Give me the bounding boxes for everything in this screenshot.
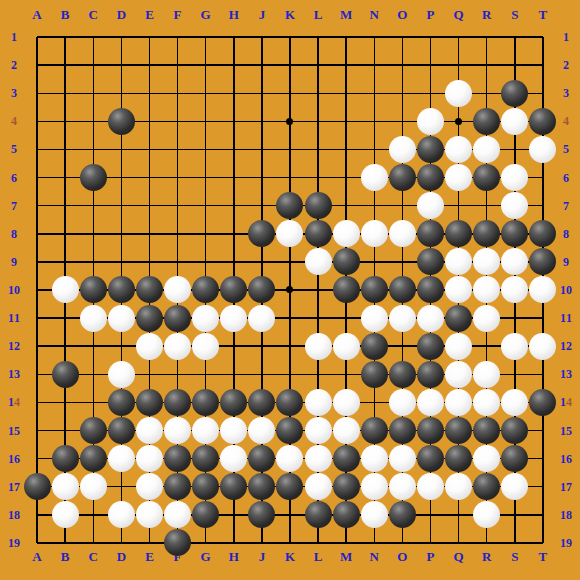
- intersection-B9[interactable]: [51, 248, 79, 276]
- intersection-L3[interactable]: [304, 79, 332, 107]
- intersection-K4[interactable]: [276, 107, 304, 135]
- intersection-F5[interactable]: [164, 135, 192, 163]
- intersection-A11[interactable]: [23, 304, 51, 332]
- intersection-R4[interactable]: [473, 107, 501, 135]
- intersection-M16[interactable]: [332, 445, 360, 473]
- intersection-M10[interactable]: [332, 276, 360, 304]
- intersection-R16[interactable]: [473, 445, 501, 473]
- intersection-P5[interactable]: [416, 135, 444, 163]
- intersection-D7[interactable]: [107, 192, 135, 220]
- intersection-C7[interactable]: [79, 192, 107, 220]
- intersection-P8[interactable]: [416, 220, 444, 248]
- intersection-R8[interactable]: [473, 220, 501, 248]
- intersection-M14[interactable]: [332, 388, 360, 416]
- intersection-T15[interactable]: [529, 416, 557, 444]
- intersection-T10[interactable]: [529, 276, 557, 304]
- intersection-Q5[interactable]: [445, 135, 473, 163]
- intersection-A3[interactable]: [23, 79, 51, 107]
- intersection-F10[interactable]: [164, 276, 192, 304]
- intersection-K19[interactable]: [276, 529, 304, 557]
- intersection-G10[interactable]: [192, 276, 220, 304]
- intersection-K10[interactable]: [276, 276, 304, 304]
- intersection-O3[interactable]: [388, 79, 416, 107]
- intersection-C11[interactable]: [79, 304, 107, 332]
- intersection-E12[interactable]: [135, 332, 163, 360]
- intersection-E2[interactable]: [135, 51, 163, 79]
- intersection-H15[interactable]: [220, 416, 248, 444]
- intersection-N3[interactable]: [360, 79, 388, 107]
- intersection-A9[interactable]: [23, 248, 51, 276]
- intersection-N16[interactable]: [360, 445, 388, 473]
- intersection-H12[interactable]: [220, 332, 248, 360]
- intersection-L19[interactable]: [304, 529, 332, 557]
- intersection-T4[interactable]: [529, 107, 557, 135]
- intersection-J4[interactable]: [248, 107, 276, 135]
- intersection-K13[interactable]: [276, 360, 304, 388]
- intersection-T2[interactable]: [529, 51, 557, 79]
- intersection-E9[interactable]: [135, 248, 163, 276]
- intersection-M6[interactable]: [332, 164, 360, 192]
- intersection-R12[interactable]: [473, 332, 501, 360]
- intersection-G17[interactable]: [192, 473, 220, 501]
- intersection-M8[interactable]: [332, 220, 360, 248]
- intersection-N19[interactable]: [360, 529, 388, 557]
- intersection-K17[interactable]: [276, 473, 304, 501]
- intersection-H11[interactable]: [220, 304, 248, 332]
- intersection-S6[interactable]: [501, 164, 529, 192]
- intersection-A6[interactable]: [23, 164, 51, 192]
- intersection-A15[interactable]: [23, 416, 51, 444]
- intersection-J2[interactable]: [248, 51, 276, 79]
- intersection-A19[interactable]: [23, 529, 51, 557]
- intersection-S7[interactable]: [501, 192, 529, 220]
- intersection-E3[interactable]: [135, 79, 163, 107]
- intersection-A8[interactable]: [23, 220, 51, 248]
- intersection-N11[interactable]: [360, 304, 388, 332]
- intersection-Q16[interactable]: [445, 445, 473, 473]
- intersection-D16[interactable]: [107, 445, 135, 473]
- intersection-F16[interactable]: [164, 445, 192, 473]
- intersection-Q10[interactable]: [445, 276, 473, 304]
- intersection-M17[interactable]: [332, 473, 360, 501]
- intersection-F3[interactable]: [164, 79, 192, 107]
- intersection-B6[interactable]: [51, 164, 79, 192]
- intersection-G18[interactable]: [192, 501, 220, 529]
- intersection-Q7[interactable]: [445, 192, 473, 220]
- intersection-A12[interactable]: [23, 332, 51, 360]
- intersection-D17[interactable]: [107, 473, 135, 501]
- intersection-C13[interactable]: [79, 360, 107, 388]
- intersection-T13[interactable]: [529, 360, 557, 388]
- intersection-N12[interactable]: [360, 332, 388, 360]
- intersection-B16[interactable]: [51, 445, 79, 473]
- intersection-J14[interactable]: [248, 388, 276, 416]
- intersection-E18[interactable]: [135, 501, 163, 529]
- intersection-F15[interactable]: [164, 416, 192, 444]
- intersection-F6[interactable]: [164, 164, 192, 192]
- intersection-A18[interactable]: [23, 501, 51, 529]
- intersection-B7[interactable]: [51, 192, 79, 220]
- intersection-S14[interactable]: [501, 388, 529, 416]
- intersection-E8[interactable]: [135, 220, 163, 248]
- intersection-Q3[interactable]: [445, 79, 473, 107]
- intersection-B14[interactable]: [51, 388, 79, 416]
- intersection-R3[interactable]: [473, 79, 501, 107]
- intersection-C15[interactable]: [79, 416, 107, 444]
- intersection-D19[interactable]: [107, 529, 135, 557]
- intersection-K12[interactable]: [276, 332, 304, 360]
- intersection-L5[interactable]: [304, 135, 332, 163]
- intersection-Q19[interactable]: [445, 529, 473, 557]
- intersection-K15[interactable]: [276, 416, 304, 444]
- intersection-S13[interactable]: [501, 360, 529, 388]
- intersection-P9[interactable]: [416, 248, 444, 276]
- intersection-S12[interactable]: [501, 332, 529, 360]
- intersection-C2[interactable]: [79, 51, 107, 79]
- intersection-M2[interactable]: [332, 51, 360, 79]
- intersection-B5[interactable]: [51, 135, 79, 163]
- intersection-M1[interactable]: [332, 23, 360, 51]
- intersection-J12[interactable]: [248, 332, 276, 360]
- intersection-R10[interactable]: [473, 276, 501, 304]
- intersection-L6[interactable]: [304, 164, 332, 192]
- intersection-G6[interactable]: [192, 164, 220, 192]
- intersection-M7[interactable]: [332, 192, 360, 220]
- intersection-F2[interactable]: [164, 51, 192, 79]
- intersection-B17[interactable]: [51, 473, 79, 501]
- intersection-J5[interactable]: [248, 135, 276, 163]
- intersection-F18[interactable]: [164, 501, 192, 529]
- intersection-Q17[interactable]: [445, 473, 473, 501]
- intersection-E14[interactable]: [135, 388, 163, 416]
- intersection-E11[interactable]: [135, 304, 163, 332]
- intersection-S15[interactable]: [501, 416, 529, 444]
- intersection-C3[interactable]: [79, 79, 107, 107]
- intersection-S9[interactable]: [501, 248, 529, 276]
- intersection-T1[interactable]: [529, 23, 557, 51]
- intersection-F7[interactable]: [164, 192, 192, 220]
- intersection-S16[interactable]: [501, 445, 529, 473]
- intersection-K6[interactable]: [276, 164, 304, 192]
- intersection-B1[interactable]: [51, 23, 79, 51]
- intersection-A17[interactable]: [23, 473, 51, 501]
- intersection-L12[interactable]: [304, 332, 332, 360]
- intersection-K1[interactable]: [276, 23, 304, 51]
- intersection-R6[interactable]: [473, 164, 501, 192]
- intersection-R19[interactable]: [473, 529, 501, 557]
- intersection-T9[interactable]: [529, 248, 557, 276]
- intersection-H10[interactable]: [220, 276, 248, 304]
- intersection-F4[interactable]: [164, 107, 192, 135]
- intersection-B3[interactable]: [51, 79, 79, 107]
- intersection-D12[interactable]: [107, 332, 135, 360]
- intersection-M13[interactable]: [332, 360, 360, 388]
- intersection-G2[interactable]: [192, 51, 220, 79]
- intersection-L17[interactable]: [304, 473, 332, 501]
- intersection-D11[interactable]: [107, 304, 135, 332]
- intersection-L13[interactable]: [304, 360, 332, 388]
- intersection-P17[interactable]: [416, 473, 444, 501]
- intersection-F12[interactable]: [164, 332, 192, 360]
- intersection-B2[interactable]: [51, 51, 79, 79]
- intersection-R13[interactable]: [473, 360, 501, 388]
- intersection-L8[interactable]: [304, 220, 332, 248]
- intersection-S8[interactable]: [501, 220, 529, 248]
- intersection-P11[interactable]: [416, 304, 444, 332]
- intersection-H19[interactable]: [220, 529, 248, 557]
- intersection-B8[interactable]: [51, 220, 79, 248]
- intersection-Q13[interactable]: [445, 360, 473, 388]
- intersection-E19[interactable]: [135, 529, 163, 557]
- intersection-L1[interactable]: [304, 23, 332, 51]
- intersection-K3[interactable]: [276, 79, 304, 107]
- intersection-Q6[interactable]: [445, 164, 473, 192]
- intersection-L2[interactable]: [304, 51, 332, 79]
- intersection-D5[interactable]: [107, 135, 135, 163]
- intersection-K9[interactable]: [276, 248, 304, 276]
- intersection-H13[interactable]: [220, 360, 248, 388]
- intersection-S2[interactable]: [501, 51, 529, 79]
- intersection-N18[interactable]: [360, 501, 388, 529]
- intersection-P16[interactable]: [416, 445, 444, 473]
- intersection-G12[interactable]: [192, 332, 220, 360]
- intersection-O4[interactable]: [388, 107, 416, 135]
- intersection-D1[interactable]: [107, 23, 135, 51]
- intersection-G19[interactable]: [192, 529, 220, 557]
- intersection-K5[interactable]: [276, 135, 304, 163]
- intersection-G11[interactable]: [192, 304, 220, 332]
- intersection-S3[interactable]: [501, 79, 529, 107]
- intersection-L18[interactable]: [304, 501, 332, 529]
- intersection-M15[interactable]: [332, 416, 360, 444]
- intersection-S11[interactable]: [501, 304, 529, 332]
- intersection-T18[interactable]: [529, 501, 557, 529]
- intersection-O17[interactable]: [388, 473, 416, 501]
- intersection-O10[interactable]: [388, 276, 416, 304]
- intersection-N13[interactable]: [360, 360, 388, 388]
- intersection-T16[interactable]: [529, 445, 557, 473]
- intersection-Q15[interactable]: [445, 416, 473, 444]
- intersection-H18[interactable]: [220, 501, 248, 529]
- intersection-N15[interactable]: [360, 416, 388, 444]
- intersection-G7[interactable]: [192, 192, 220, 220]
- intersection-O15[interactable]: [388, 416, 416, 444]
- intersection-S19[interactable]: [501, 529, 529, 557]
- intersection-C8[interactable]: [79, 220, 107, 248]
- intersection-O12[interactable]: [388, 332, 416, 360]
- intersection-F9[interactable]: [164, 248, 192, 276]
- intersection-E10[interactable]: [135, 276, 163, 304]
- intersection-K18[interactable]: [276, 501, 304, 529]
- intersection-R7[interactable]: [473, 192, 501, 220]
- intersection-Q2[interactable]: [445, 51, 473, 79]
- intersection-E1[interactable]: [135, 23, 163, 51]
- intersection-B19[interactable]: [51, 529, 79, 557]
- intersection-H4[interactable]: [220, 107, 248, 135]
- intersection-H9[interactable]: [220, 248, 248, 276]
- intersection-C6[interactable]: [79, 164, 107, 192]
- intersection-J19[interactable]: [248, 529, 276, 557]
- intersection-R18[interactable]: [473, 501, 501, 529]
- intersection-B18[interactable]: [51, 501, 79, 529]
- intersection-O7[interactable]: [388, 192, 416, 220]
- intersection-N2[interactable]: [360, 51, 388, 79]
- intersection-P13[interactable]: [416, 360, 444, 388]
- intersection-G16[interactable]: [192, 445, 220, 473]
- intersection-J8[interactable]: [248, 220, 276, 248]
- intersection-Q4[interactable]: [445, 107, 473, 135]
- intersection-C4[interactable]: [79, 107, 107, 135]
- intersection-Q12[interactable]: [445, 332, 473, 360]
- intersection-D13[interactable]: [107, 360, 135, 388]
- intersection-O16[interactable]: [388, 445, 416, 473]
- intersection-P18[interactable]: [416, 501, 444, 529]
- intersection-H3[interactable]: [220, 79, 248, 107]
- intersection-R14[interactable]: [473, 388, 501, 416]
- intersection-J15[interactable]: [248, 416, 276, 444]
- intersection-B10[interactable]: [51, 276, 79, 304]
- intersection-Q1[interactable]: [445, 23, 473, 51]
- intersection-D15[interactable]: [107, 416, 135, 444]
- intersection-C16[interactable]: [79, 445, 107, 473]
- intersection-N14[interactable]: [360, 388, 388, 416]
- intersection-Q14[interactable]: [445, 388, 473, 416]
- intersection-K7[interactable]: [276, 192, 304, 220]
- intersection-O2[interactable]: [388, 51, 416, 79]
- intersection-C17[interactable]: [79, 473, 107, 501]
- intersection-H1[interactable]: [220, 23, 248, 51]
- intersection-A16[interactable]: [23, 445, 51, 473]
- intersection-E5[interactable]: [135, 135, 163, 163]
- intersection-P6[interactable]: [416, 164, 444, 192]
- intersection-S5[interactable]: [501, 135, 529, 163]
- intersection-H8[interactable]: [220, 220, 248, 248]
- intersection-C9[interactable]: [79, 248, 107, 276]
- intersection-L9[interactable]: [304, 248, 332, 276]
- intersection-F14[interactable]: [164, 388, 192, 416]
- intersection-O18[interactable]: [388, 501, 416, 529]
- intersection-P3[interactable]: [416, 79, 444, 107]
- intersection-G13[interactable]: [192, 360, 220, 388]
- intersection-T3[interactable]: [529, 79, 557, 107]
- intersection-G5[interactable]: [192, 135, 220, 163]
- intersection-A5[interactable]: [23, 135, 51, 163]
- intersection-F11[interactable]: [164, 304, 192, 332]
- intersection-L15[interactable]: [304, 416, 332, 444]
- intersection-L4[interactable]: [304, 107, 332, 135]
- intersection-D4[interactable]: [107, 107, 135, 135]
- go-board-grid[interactable]: [23, 23, 557, 557]
- intersection-A10[interactable]: [23, 276, 51, 304]
- intersection-Q18[interactable]: [445, 501, 473, 529]
- intersection-H16[interactable]: [220, 445, 248, 473]
- intersection-T11[interactable]: [529, 304, 557, 332]
- intersection-G4[interactable]: [192, 107, 220, 135]
- intersection-P12[interactable]: [416, 332, 444, 360]
- intersection-M11[interactable]: [332, 304, 360, 332]
- intersection-E4[interactable]: [135, 107, 163, 135]
- intersection-T12[interactable]: [529, 332, 557, 360]
- intersection-T14[interactable]: [529, 388, 557, 416]
- intersection-N5[interactable]: [360, 135, 388, 163]
- intersection-A2[interactable]: [23, 51, 51, 79]
- intersection-J13[interactable]: [248, 360, 276, 388]
- intersection-N6[interactable]: [360, 164, 388, 192]
- intersection-R11[interactable]: [473, 304, 501, 332]
- intersection-R5[interactable]: [473, 135, 501, 163]
- intersection-N4[interactable]: [360, 107, 388, 135]
- intersection-N17[interactable]: [360, 473, 388, 501]
- intersection-N1[interactable]: [360, 23, 388, 51]
- intersection-J16[interactable]: [248, 445, 276, 473]
- intersection-G9[interactable]: [192, 248, 220, 276]
- intersection-C19[interactable]: [79, 529, 107, 557]
- intersection-L16[interactable]: [304, 445, 332, 473]
- intersection-F1[interactable]: [164, 23, 192, 51]
- intersection-L14[interactable]: [304, 388, 332, 416]
- intersection-G15[interactable]: [192, 416, 220, 444]
- intersection-F19[interactable]: [164, 529, 192, 557]
- intersection-P1[interactable]: [416, 23, 444, 51]
- intersection-J17[interactable]: [248, 473, 276, 501]
- intersection-Q11[interactable]: [445, 304, 473, 332]
- intersection-C10[interactable]: [79, 276, 107, 304]
- intersection-O13[interactable]: [388, 360, 416, 388]
- intersection-J1[interactable]: [248, 23, 276, 51]
- intersection-S1[interactable]: [501, 23, 529, 51]
- intersection-J10[interactable]: [248, 276, 276, 304]
- intersection-E13[interactable]: [135, 360, 163, 388]
- intersection-H17[interactable]: [220, 473, 248, 501]
- intersection-H6[interactable]: [220, 164, 248, 192]
- intersection-E16[interactable]: [135, 445, 163, 473]
- intersection-M4[interactable]: [332, 107, 360, 135]
- intersection-B4[interactable]: [51, 107, 79, 135]
- intersection-T19[interactable]: [529, 529, 557, 557]
- intersection-G14[interactable]: [192, 388, 220, 416]
- intersection-L11[interactable]: [304, 304, 332, 332]
- intersection-A7[interactable]: [23, 192, 51, 220]
- intersection-D8[interactable]: [107, 220, 135, 248]
- intersection-D2[interactable]: [107, 51, 135, 79]
- intersection-S17[interactable]: [501, 473, 529, 501]
- intersection-P7[interactable]: [416, 192, 444, 220]
- intersection-M19[interactable]: [332, 529, 360, 557]
- intersection-N10[interactable]: [360, 276, 388, 304]
- intersection-H5[interactable]: [220, 135, 248, 163]
- intersection-A1[interactable]: [23, 23, 51, 51]
- intersection-M3[interactable]: [332, 79, 360, 107]
- intersection-Q8[interactable]: [445, 220, 473, 248]
- intersection-C1[interactable]: [79, 23, 107, 51]
- intersection-D9[interactable]: [107, 248, 135, 276]
- intersection-P15[interactable]: [416, 416, 444, 444]
- intersection-M9[interactable]: [332, 248, 360, 276]
- intersection-P2[interactable]: [416, 51, 444, 79]
- intersection-H14[interactable]: [220, 388, 248, 416]
- intersection-M5[interactable]: [332, 135, 360, 163]
- intersection-P4[interactable]: [416, 107, 444, 135]
- intersection-D3[interactable]: [107, 79, 135, 107]
- intersection-Q9[interactable]: [445, 248, 473, 276]
- intersection-F17[interactable]: [164, 473, 192, 501]
- intersection-O9[interactable]: [388, 248, 416, 276]
- intersection-H2[interactable]: [220, 51, 248, 79]
- intersection-A13[interactable]: [23, 360, 51, 388]
- intersection-D10[interactable]: [107, 276, 135, 304]
- intersection-D18[interactable]: [107, 501, 135, 529]
- intersection-E7[interactable]: [135, 192, 163, 220]
